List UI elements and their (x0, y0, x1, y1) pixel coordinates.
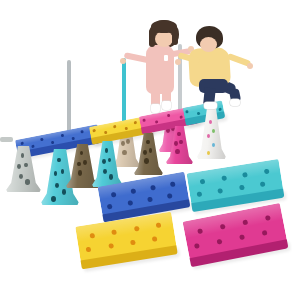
girl-left-sock (151, 104, 160, 113)
girl-right-sock (162, 101, 171, 110)
boy-trailing-sock (230, 99, 240, 106)
girl-hair-side-right (172, 28, 178, 45)
product-photo-stage (0, 0, 292, 292)
girl-jumpsuit (146, 45, 174, 94)
girl-right-hand (120, 58, 126, 64)
girl-face (155, 31, 173, 47)
boy-left-hand (247, 63, 253, 69)
girl-chest-badge (164, 55, 168, 61)
children-layer (0, 0, 292, 292)
boy-face (200, 37, 217, 52)
boy-right-hand (175, 59, 181, 65)
girl-hair-side-left (149, 29, 155, 47)
boy-shoe (204, 102, 217, 109)
